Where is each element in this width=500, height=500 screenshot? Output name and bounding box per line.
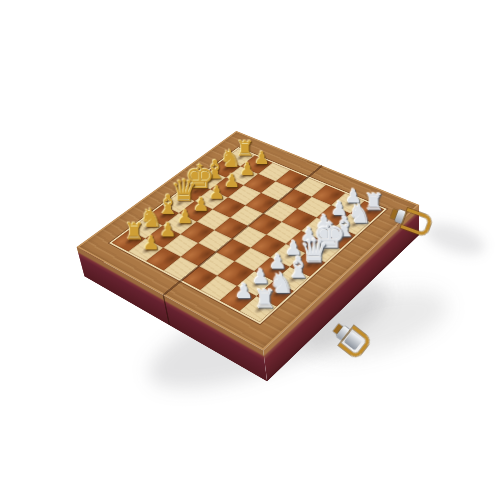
chess-board: ♜♞♝♛♚♝♞♜♟♟♟♟♟♟♟♟♟♟♟♟♟♟♟♟♜♞♝♛♚♝♞♜ [77,131,419,350]
chess-box: ♜♞♝♛♚♝♞♜♟♟♟♟♟♟♟♟♟♟♟♟♟♟♟♟♜♞♝♛♚♝♞♜ [77,131,419,350]
scene-tilt: ♜♞♝♛♚♝♞♜♟♟♟♟♟♟♟♟♟♟♟♟♟♟♟♟♜♞♝♛♚♝♞♜ [0,0,500,500]
product-photo-stage: ♜♞♝♛♚♝♞♜♟♟♟♟♟♟♟♟♟♟♟♟♟♟♟♟♜♞♝♛♚♝♞♜ [0,0,500,500]
piece-gold-pawn: ♟ [254,149,270,167]
latch-barrel [344,332,363,350]
scene-perspective: ♜♞♝♛♚♝♞♜♟♟♟♟♟♟♟♟♟♟♟♟♟♟♟♟♜♞♝♛♚♝♞♜ [0,0,500,500]
piece-silver-pawn: ♟ [252,266,270,286]
piece-gold-pawn: ♟ [160,220,177,239]
piece-silver-pawn: ♟ [235,281,254,302]
piece-gold-pawn: ♟ [143,233,160,252]
piece-gold-pawn: ♟ [224,172,240,190]
piece-gold-pawn: ♟ [209,183,225,201]
piece-silver-rook: ♜ [253,287,276,312]
piece-gold-pawn: ♟ [239,160,255,178]
piece-gold-pawn: ♟ [193,195,210,214]
fold-seam-side [163,295,171,326]
piece-gold-pawn: ♟ [177,208,194,227]
piece-gold-rook: ♜ [124,220,145,243]
